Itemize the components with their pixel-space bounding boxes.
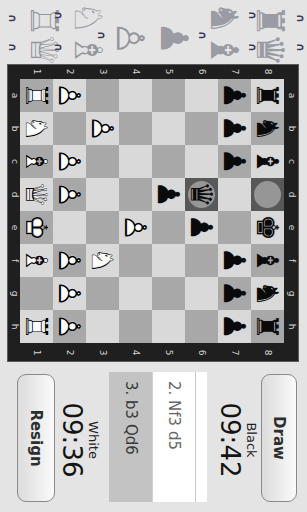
square-d2[interactable]: ♟♙	[53, 178, 86, 211]
white-piece-p-a2[interactable]: ♟♙	[53, 79, 86, 112]
black-piece-k-e8[interactable]: ♚	[251, 211, 284, 244]
white-piece-n-b1[interactable]: ♞♘	[20, 112, 53, 145]
square-f6[interactable]	[185, 244, 218, 277]
tray-count-marker: ∩	[247, 43, 258, 52]
square-b6[interactable]	[185, 112, 218, 145]
white-piece-p-e4[interactable]: ♟♙	[119, 211, 152, 244]
black-piece-b-f8[interactable]: ♝	[251, 244, 284, 277]
chess-board: abcdefgh abcdefgh 87654321 87654321 ♜♞♝♚…	[7, 64, 299, 362]
square-c1[interactable]: ♝♗	[20, 145, 53, 178]
square-g7[interactable]: ♟	[218, 277, 251, 310]
coord-label: f	[285, 244, 298, 277]
square-b5[interactable]	[152, 112, 185, 145]
rotated-landscape-stage: ♜ ♛ ♞ ♝ ♟ ♙ ♘ ♗ ♖ ♕ ∩ ∩ ∩ ∩ ∩ ∩ ∩ ∩ ∩ ∩ …	[0, 0, 307, 512]
square-a6[interactable]	[185, 79, 218, 112]
square-h5[interactable]	[152, 310, 185, 343]
black-piece-n-b8[interactable]: ♞	[251, 112, 284, 145]
coord-label: h	[285, 310, 298, 343]
square-b2[interactable]	[53, 112, 86, 145]
square-b4[interactable]	[119, 112, 152, 145]
coord-label: 8	[251, 346, 284, 359]
square-a7[interactable]: ♟	[218, 79, 251, 112]
coord-label: 7	[218, 346, 251, 359]
move-list: 2. Nf3 d5 3. b3 Qd6	[109, 372, 207, 502]
square-f2[interactable]: ♟♙	[53, 244, 86, 277]
square-b3[interactable]: ♟♙	[86, 112, 119, 145]
draw-button[interactable]: Draw	[261, 374, 297, 502]
square-c7[interactable]: ♟	[218, 145, 251, 178]
control-panel: Draw Black 09:42 2. Nf3 d5 3. b3 Qd6 Whi…	[0, 368, 307, 512]
white-piece-p-h2[interactable]: ♟♙	[53, 310, 86, 343]
square-f1[interactable]: ♝♗	[20, 244, 53, 277]
square-h4[interactable]	[119, 310, 152, 343]
square-d4[interactable]	[119, 178, 152, 211]
black-piece-r-a8[interactable]: ♜	[251, 79, 284, 112]
tray-count-marker: ∩	[247, 11, 258, 20]
square-g8[interactable]: ♞	[251, 277, 284, 310]
board-squares: ♜♞♝♚♝♞♜♟♟♟♟♟♟♛♟♟♟♙♟♙♞♘♟♙♟♙♟♙♟♙♟♙♟♙♜♖♞♘♝♗…	[20, 79, 284, 343]
square-a2[interactable]: ♟♙	[53, 79, 86, 112]
black-player-label: Black	[244, 368, 259, 512]
move-row[interactable]: 2. Nf3 d5	[152, 372, 195, 502]
square-e4[interactable]: ♟♙	[119, 211, 152, 244]
coord-label: 2	[53, 346, 86, 359]
tray-count-marker: ∩	[295, 14, 306, 23]
square-f7[interactable]: ♟	[218, 244, 251, 277]
square-d3[interactable]	[86, 178, 119, 211]
square-b1[interactable]: ♞♘	[20, 112, 53, 145]
rank-labels-left: 87654321	[20, 65, 284, 78]
square-a4[interactable]	[119, 79, 152, 112]
coord-label: 1	[20, 65, 53, 78]
square-g4[interactable]	[119, 277, 152, 310]
square-b7[interactable]: ♟	[218, 112, 251, 145]
white-piece-b-f1[interactable]: ♝♗	[20, 244, 53, 277]
move-row-partial[interactable]	[195, 372, 207, 502]
white-piece-n-f3[interactable]: ♞♘	[86, 244, 119, 277]
coord-label: 4	[119, 65, 152, 78]
chess-app-screen: ♜ ♛ ♞ ♝ ♟ ♙ ♘ ♗ ♖ ♕ ∩ ∩ ∩ ∩ ∩ ∩ ∩ ∩ ∩ ∩ …	[0, 0, 307, 512]
tray-white-pawn-icon: ♙	[111, 21, 149, 55]
square-c8[interactable]: ♝	[251, 145, 284, 178]
white-piece-k-e1[interactable]: ♚♔	[20, 211, 53, 244]
white-clock: 09:36	[57, 368, 87, 512]
coord-label: 8	[251, 65, 284, 78]
white-piece-p-b3[interactable]: ♟♙	[86, 112, 119, 145]
square-e6[interactable]: ♟	[185, 211, 218, 244]
black-piece-r-h8[interactable]: ♜	[251, 310, 284, 343]
square-e2[interactable]	[53, 211, 86, 244]
square-f5[interactable]	[152, 244, 185, 277]
resign-button[interactable]: Resign	[17, 374, 55, 502]
square-h2[interactable]: ♟♙	[53, 310, 86, 343]
square-g1[interactable]	[20, 277, 53, 310]
tray-count-marker: ∩	[197, 31, 208, 40]
black-piece-p-g7[interactable]: ♟	[218, 277, 251, 310]
white-piece-p-c2[interactable]: ♟♙	[53, 145, 86, 178]
square-h3[interactable]	[86, 310, 119, 343]
file-labels-top: abcdefgh	[285, 79, 298, 343]
square-d5[interactable]: ♟	[152, 178, 185, 211]
black-piece-n-g8[interactable]: ♞	[251, 277, 284, 310]
black-piece-p-f7[interactable]: ♟	[218, 244, 251, 277]
coord-label: e	[285, 211, 298, 244]
coord-label: 7	[218, 65, 251, 78]
black-piece-p-h7[interactable]: ♟	[218, 310, 251, 343]
square-c4[interactable]	[119, 145, 152, 178]
white-piece-p-f2[interactable]: ♟♙	[53, 244, 86, 277]
square-e3[interactable]	[86, 211, 119, 244]
coord-label: 6	[185, 346, 218, 359]
tray-count-marker: ∩	[53, 11, 64, 20]
white-piece-q-d1[interactable]: ♛♕	[20, 178, 53, 211]
black-clock: 09:42	[215, 368, 245, 512]
white-player-label: White	[86, 368, 101, 512]
square-f4[interactable]	[119, 244, 152, 277]
square-c2[interactable]: ♟♙	[53, 145, 86, 178]
tray-count-marker: ∩	[7, 43, 18, 52]
coord-label: 2	[53, 65, 86, 78]
coord-label: 5	[152, 346, 185, 359]
tray-white-knight-icon: ♘	[69, 1, 107, 35]
coord-label: c	[285, 145, 298, 178]
black-piece-p-c7[interactable]: ♟	[218, 145, 251, 178]
coord-label: 1	[20, 346, 53, 359]
square-g5[interactable]	[152, 277, 185, 310]
coord-label: b	[285, 112, 298, 145]
tray-count-marker: ∩	[96, 31, 107, 40]
white-piece-r-a1[interactable]: ♜♖	[20, 79, 53, 112]
coord-label: 4	[119, 346, 152, 359]
black-piece-p-b7[interactable]: ♟	[218, 112, 251, 145]
coord-label: 5	[152, 65, 185, 78]
coord-label: 3	[86, 65, 119, 78]
rank-labels-right: 87654321	[20, 346, 284, 359]
tray-count-marker: ∩	[295, 43, 306, 52]
square-h8[interactable]: ♜	[251, 310, 284, 343]
coord-label: a	[285, 79, 298, 112]
square-a3[interactable]	[86, 79, 119, 112]
square-g3[interactable]	[86, 277, 119, 310]
white-piece-b-c1[interactable]: ♝♗	[20, 145, 53, 178]
square-e5[interactable]	[152, 211, 185, 244]
square-f3[interactable]: ♞♘	[86, 244, 119, 277]
square-a5[interactable]	[152, 79, 185, 112]
square-a8[interactable]: ♜	[251, 79, 284, 112]
coord-label: d	[285, 178, 298, 211]
white-piece-r-h1[interactable]: ♜♖	[20, 310, 53, 343]
square-g6[interactable]	[185, 277, 218, 310]
square-c3[interactable]	[86, 145, 119, 178]
square-c6[interactable]	[185, 145, 218, 178]
white-piece-p-d2[interactable]: ♟♙	[53, 178, 86, 211]
piece-tray: ♜ ♛ ♞ ♝ ♟ ♙ ♘ ♗ ♖ ♕ ∩ ∩ ∩ ∩ ∩ ∩ ∩ ∩ ∩ ∩	[0, 0, 307, 62]
square-g2[interactable]: ♟♙	[53, 277, 86, 310]
coord-label: 6	[185, 65, 218, 78]
square-d1[interactable]: ♛♕	[20, 178, 53, 211]
tray-count-marker: ∩	[7, 14, 18, 23]
black-piece-p-d5[interactable]: ♟	[152, 178, 185, 211]
square-f8[interactable]: ♝	[251, 244, 284, 277]
square-a1[interactable]: ♜♖	[20, 79, 53, 112]
coord-label: g	[285, 277, 298, 310]
square-c5[interactable]	[152, 145, 185, 178]
tray-black-bishop-icon: ♝	[205, 33, 243, 67]
tray-black-pawn-icon: ♟	[155, 21, 193, 55]
square-e1[interactable]: ♚♔	[20, 211, 53, 244]
black-piece-p-e6[interactable]: ♟	[185, 211, 218, 244]
move-row[interactable]: 3. b3 Qd6	[109, 372, 152, 502]
square-e8[interactable]: ♚	[251, 211, 284, 244]
black-piece-p-a7[interactable]: ♟	[218, 79, 251, 112]
square-h6[interactable]	[185, 310, 218, 343]
square-h7[interactable]: ♟	[218, 310, 251, 343]
black-piece-q-d6[interactable]: ♛	[185, 178, 218, 211]
square-d7[interactable]	[218, 178, 251, 211]
square-e7[interactable]	[218, 211, 251, 244]
square-h1[interactable]: ♜♖	[20, 310, 53, 343]
tray-black-knight-icon: ♞	[205, 1, 243, 35]
white-piece-p-g2[interactable]: ♟♙	[53, 277, 86, 310]
tray-count-marker: ∩	[53, 43, 64, 52]
square-b8[interactable]: ♞	[251, 112, 284, 145]
square-d6[interactable]: ♛	[185, 178, 218, 211]
black-piece-b-c8[interactable]: ♝	[251, 145, 284, 178]
square-d8[interactable]	[251, 178, 284, 211]
coord-label: 3	[86, 346, 119, 359]
last-move-disc	[254, 181, 281, 208]
